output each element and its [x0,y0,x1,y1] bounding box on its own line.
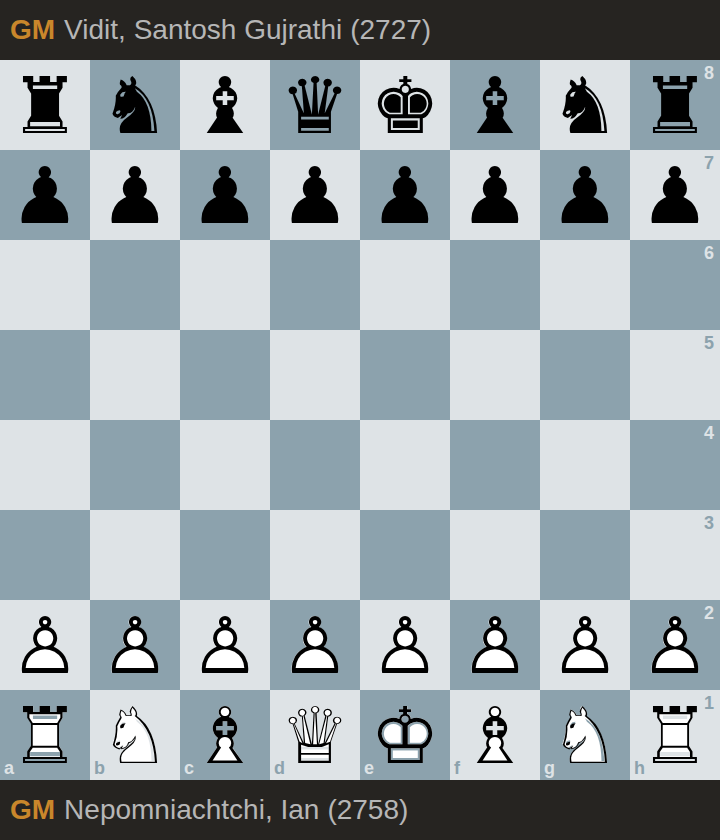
square-a2[interactable]: ♟♙ [0,600,90,690]
square-f7[interactable]: ♟ [450,150,540,240]
square-f1[interactable]: ♝♗f [450,690,540,780]
square-a8[interactable]: ♜ [0,60,90,150]
file-label-h: h [634,759,645,777]
square-b3[interactable] [90,510,180,600]
rank-label-5: 5 [704,334,714,352]
square-d2[interactable]: ♟♙ [270,600,360,690]
bottom-player-rating: (2758) [327,780,408,840]
piece-white-pawn[interactable]: ♟♙ [90,600,180,690]
square-h4[interactable]: 4 [630,420,720,510]
square-g5[interactable] [540,330,630,420]
square-a1[interactable]: ♜♖a [0,690,90,780]
chess-board[interactable]: ♜♞♝♛♚♝♞♜8♟♟♟♟♟♟♟♟76543♟♙♟♙♟♙♟♙♟♙♟♙♟♙♟♙2♜… [0,60,720,780]
piece-black-pawn[interactable]: ♟ [540,150,630,240]
square-b6[interactable] [90,240,180,330]
rank-label-6: 6 [704,244,714,262]
rank-label-7: 7 [704,154,714,172]
square-h6[interactable]: 6 [630,240,720,330]
square-c6[interactable] [180,240,270,330]
piece-black-pawn[interactable]: ♟ [450,150,540,240]
square-e3[interactable] [360,510,450,600]
square-a4[interactable] [0,420,90,510]
piece-black-queen[interactable]: ♛ [270,60,360,150]
square-f8[interactable]: ♝ [450,60,540,150]
piece-white-pawn[interactable]: ♟♙ [180,600,270,690]
piece-black-king[interactable]: ♚ [360,60,450,150]
bottom-player-bar: GM Nepomniachtchi, Ian (2758) [0,780,720,840]
square-g3[interactable] [540,510,630,600]
rank-label-4: 4 [704,424,714,442]
square-f5[interactable] [450,330,540,420]
piece-white-pawn[interactable]: ♟♙ [0,600,90,690]
square-g2[interactable]: ♟♙ [540,600,630,690]
rank-label-3: 3 [704,514,714,532]
square-c7[interactable]: ♟ [180,150,270,240]
piece-white-pawn[interactable]: ♟♙ [360,600,450,690]
piece-black-pawn[interactable]: ♟ [180,150,270,240]
square-c3[interactable] [180,510,270,600]
square-d4[interactable] [270,420,360,510]
square-d8[interactable]: ♛ [270,60,360,150]
rank-label-8: 8 [704,64,714,82]
square-e1[interactable]: ♚♔e [360,690,450,780]
square-g8[interactable]: ♞ [540,60,630,150]
file-label-e: e [364,759,374,777]
piece-white-pawn[interactable]: ♟♙ [270,600,360,690]
square-d6[interactable] [270,240,360,330]
square-e4[interactable] [360,420,450,510]
piece-black-pawn[interactable]: ♟ [360,150,450,240]
file-label-g: g [544,759,555,777]
piece-black-bishop[interactable]: ♝ [450,60,540,150]
piece-black-pawn[interactable]: ♟ [270,150,360,240]
square-h7[interactable]: ♟7 [630,150,720,240]
square-d3[interactable] [270,510,360,600]
square-c2[interactable]: ♟♙ [180,600,270,690]
square-c5[interactable] [180,330,270,420]
piece-black-knight[interactable]: ♞ [540,60,630,150]
square-g4[interactable] [540,420,630,510]
square-b2[interactable]: ♟♙ [90,600,180,690]
square-a7[interactable]: ♟ [0,150,90,240]
file-label-d: d [274,759,285,777]
piece-black-bishop[interactable]: ♝ [180,60,270,150]
square-f6[interactable] [450,240,540,330]
square-d1[interactable]: ♛♕d [270,690,360,780]
file-label-b: b [94,759,105,777]
square-b1[interactable]: ♞♘b [90,690,180,780]
file-label-c: c [184,759,194,777]
square-h1[interactable]: ♜♖1h [630,690,720,780]
game-view: GM Vidit, Santosh Gujrathi (2727) ♜♞♝♛♚♝… [0,0,720,840]
square-e6[interactable] [360,240,450,330]
square-e7[interactable]: ♟ [360,150,450,240]
square-d5[interactable] [270,330,360,420]
square-g7[interactable]: ♟ [540,150,630,240]
piece-black-pawn[interactable]: ♟ [90,150,180,240]
square-a3[interactable] [0,510,90,600]
square-b7[interactable]: ♟ [90,150,180,240]
square-f4[interactable] [450,420,540,510]
square-a6[interactable] [0,240,90,330]
square-e8[interactable]: ♚ [360,60,450,150]
piece-black-pawn[interactable]: ♟ [0,150,90,240]
square-b4[interactable] [90,420,180,510]
square-a5[interactable] [0,330,90,420]
top-player-name: Vidit, Santosh Gujrathi [64,0,342,60]
bottom-player-title-badge: GM [10,780,55,840]
piece-white-pawn[interactable]: ♟♙ [450,600,540,690]
bottom-player-name: Nepomniachtchi, Ian [64,780,319,840]
piece-white-bishop[interactable]: ♝♗ [450,690,540,780]
square-c4[interactable] [180,420,270,510]
square-g1[interactable]: ♞♘g [540,690,630,780]
square-h3[interactable]: 3 [630,510,720,600]
square-e2[interactable]: ♟♙ [360,600,450,690]
top-player-title-badge: GM [10,0,55,60]
square-f2[interactable]: ♟♙ [450,600,540,690]
square-c1[interactable]: ♝♗c [180,690,270,780]
piece-black-rook[interactable]: ♜ [0,60,90,150]
piece-white-pawn[interactable]: ♟♙ [540,600,630,690]
square-c8[interactable]: ♝ [180,60,270,150]
square-b8[interactable]: ♞ [90,60,180,150]
square-f3[interactable] [450,510,540,600]
top-player-rating: (2727) [350,0,431,60]
square-h8[interactable]: ♜8 [630,60,720,150]
top-player-bar: GM Vidit, Santosh Gujrathi (2727) [0,0,720,60]
file-label-a: a [4,759,14,777]
piece-black-knight[interactable]: ♞ [90,60,180,150]
square-g6[interactable] [540,240,630,330]
square-h5[interactable]: 5 [630,330,720,420]
square-e5[interactable] [360,330,450,420]
file-label-f: f [454,759,460,777]
square-b5[interactable] [90,330,180,420]
rank-label-1: 1 [704,694,714,712]
square-d7[interactable]: ♟ [270,150,360,240]
rank-label-2: 2 [704,604,714,622]
square-h2[interactable]: ♟♙2 [630,600,720,690]
